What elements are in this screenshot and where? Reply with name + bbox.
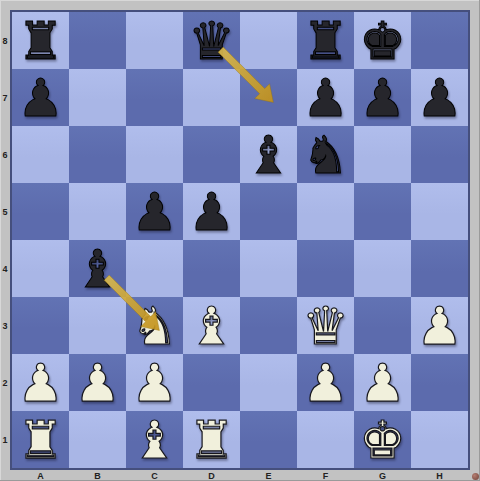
black-pawn-g7[interactable]: ♟ (359, 72, 406, 124)
rank-label-1: 1 (0, 411, 10, 468)
square-d5[interactable]: ♟ (183, 183, 240, 240)
black-pawn-d5[interactable]: ♟ (188, 186, 235, 238)
square-g7[interactable]: ♟ (354, 69, 411, 126)
square-c8[interactable] (126, 12, 183, 69)
square-g4[interactable] (354, 240, 411, 297)
square-a7[interactable]: ♟ (12, 69, 69, 126)
square-c2[interactable]: ♟ (126, 354, 183, 411)
square-f8[interactable]: ♜ (297, 12, 354, 69)
black-rook-a8[interactable]: ♜ (17, 15, 64, 67)
square-f4[interactable] (297, 240, 354, 297)
square-e4[interactable] (240, 240, 297, 297)
square-c3[interactable]: ♞ (126, 297, 183, 354)
square-h5[interactable] (411, 183, 468, 240)
square-a3[interactable] (12, 297, 69, 354)
square-b3[interactable] (69, 297, 126, 354)
square-c5[interactable]: ♟ (126, 183, 183, 240)
square-a6[interactable] (12, 126, 69, 183)
square-b1[interactable] (69, 411, 126, 468)
square-a5[interactable] (12, 183, 69, 240)
board-grid: ♜♛♜♚♟♟♟♟♝♞♟♟♝♞♝♛♟♟♟♟♟♟♜♝♜♚ (12, 12, 468, 468)
corner-dot (472, 473, 479, 480)
chess-board-frame: ♜♛♜♚♟♟♟♟♝♞♟♟♝♞♝♛♟♟♟♟♟♟♜♝♜♚ 87654321 ABCD… (0, 0, 480, 481)
rank-label-8: 8 (0, 12, 10, 69)
white-queen-f3[interactable]: ♛ (302, 300, 349, 352)
white-pawn-c2[interactable]: ♟ (131, 357, 178, 409)
square-f6[interactable]: ♞ (297, 126, 354, 183)
square-d8[interactable]: ♛ (183, 12, 240, 69)
square-e5[interactable] (240, 183, 297, 240)
square-c7[interactable] (126, 69, 183, 126)
square-a2[interactable]: ♟ (12, 354, 69, 411)
rank-label-6: 6 (0, 126, 10, 183)
square-h6[interactable] (411, 126, 468, 183)
square-b5[interactable] (69, 183, 126, 240)
file-label-D: D (183, 470, 240, 481)
white-rook-d1[interactable]: ♜ (188, 414, 235, 466)
white-rook-a1[interactable]: ♜ (17, 414, 64, 466)
black-knight-f6[interactable]: ♞ (302, 129, 349, 181)
square-e6[interactable]: ♝ (240, 126, 297, 183)
square-d7[interactable] (183, 69, 240, 126)
square-f3[interactable]: ♛ (297, 297, 354, 354)
square-a1[interactable]: ♜ (12, 411, 69, 468)
square-d3[interactable]: ♝ (183, 297, 240, 354)
file-label-G: G (354, 470, 411, 481)
square-b4[interactable]: ♝ (69, 240, 126, 297)
square-c6[interactable] (126, 126, 183, 183)
square-b2[interactable]: ♟ (69, 354, 126, 411)
square-d2[interactable] (183, 354, 240, 411)
square-b6[interactable] (69, 126, 126, 183)
black-pawn-c5[interactable]: ♟ (131, 186, 178, 238)
square-b7[interactable] (69, 69, 126, 126)
square-g5[interactable] (354, 183, 411, 240)
file-label-E: E (240, 470, 297, 481)
square-g2[interactable]: ♟ (354, 354, 411, 411)
square-f2[interactable]: ♟ (297, 354, 354, 411)
square-d1[interactable]: ♜ (183, 411, 240, 468)
square-d6[interactable] (183, 126, 240, 183)
white-pawn-a2[interactable]: ♟ (17, 357, 64, 409)
square-e3[interactable] (240, 297, 297, 354)
rank-label-3: 3 (0, 297, 10, 354)
black-king-g8[interactable]: ♚ (359, 15, 406, 67)
square-g6[interactable] (354, 126, 411, 183)
white-pawn-b2[interactable]: ♟ (74, 357, 121, 409)
square-g3[interactable] (354, 297, 411, 354)
file-label-C: C (126, 470, 183, 481)
black-pawn-h7[interactable]: ♟ (416, 72, 463, 124)
file-label-B: B (69, 470, 126, 481)
white-pawn-h3[interactable]: ♟ (416, 300, 463, 352)
white-king-g1[interactable]: ♚ (359, 414, 406, 466)
square-c4[interactable] (126, 240, 183, 297)
white-pawn-f2[interactable]: ♟ (302, 357, 349, 409)
white-pawn-g2[interactable]: ♟ (359, 357, 406, 409)
square-e8[interactable] (240, 12, 297, 69)
square-e2[interactable] (240, 354, 297, 411)
square-g1[interactable]: ♚ (354, 411, 411, 468)
square-c1[interactable]: ♝ (126, 411, 183, 468)
square-d4[interactable] (183, 240, 240, 297)
black-bishop-e6[interactable]: ♝ (245, 129, 292, 181)
square-b8[interactable] (69, 12, 126, 69)
white-bishop-d3[interactable]: ♝ (188, 300, 235, 352)
square-h7[interactable]: ♟ (411, 69, 468, 126)
rank-label-2: 2 (0, 354, 10, 411)
square-f5[interactable] (297, 183, 354, 240)
black-queen-d8[interactable]: ♛ (188, 15, 235, 67)
square-f1[interactable] (297, 411, 354, 468)
square-h2[interactable] (411, 354, 468, 411)
black-pawn-f7[interactable]: ♟ (302, 72, 349, 124)
rank-label-7: 7 (0, 69, 10, 126)
square-h8[interactable] (411, 12, 468, 69)
square-a4[interactable] (12, 240, 69, 297)
square-h4[interactable] (411, 240, 468, 297)
file-label-F: F (297, 470, 354, 481)
white-bishop-c1[interactable]: ♝ (131, 414, 178, 466)
square-e7[interactable] (240, 69, 297, 126)
file-label-H: H (411, 470, 468, 481)
square-a8[interactable]: ♜ (12, 12, 69, 69)
square-e1[interactable] (240, 411, 297, 468)
chess-board: ♜♛♜♚♟♟♟♟♝♞♟♟♝♞♝♛♟♟♟♟♟♟♜♝♜♚ (10, 10, 470, 470)
rank-label-4: 4 (0, 240, 10, 297)
square-h1[interactable] (411, 411, 468, 468)
rank-label-5: 5 (0, 183, 10, 240)
black-bishop-b4[interactable]: ♝ (74, 243, 121, 295)
black-rook-f8[interactable]: ♜ (302, 15, 349, 67)
file-label-A: A (12, 470, 69, 481)
square-h3[interactable]: ♟ (411, 297, 468, 354)
square-g8[interactable]: ♚ (354, 12, 411, 69)
black-pawn-a7[interactable]: ♟ (17, 72, 64, 124)
square-f7[interactable]: ♟ (297, 69, 354, 126)
white-knight-c3[interactable]: ♞ (131, 300, 178, 352)
